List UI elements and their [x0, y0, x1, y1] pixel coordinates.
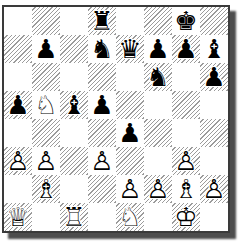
square-d7: ♞: [88, 35, 116, 63]
square-e3: [116, 147, 144, 175]
square-g2: ♝♗: [172, 175, 200, 203]
square-f8: [144, 7, 172, 35]
square-h2: ♟♙: [200, 175, 228, 203]
piece-white-knight-fill: ♞: [32, 91, 60, 119]
piece-black-bishop: ♝: [60, 91, 88, 119]
square-d1: [88, 203, 116, 231]
square-d6: [88, 63, 116, 91]
square-c1: ♜♖: [60, 203, 88, 231]
piece-white-pawn: ♙: [32, 147, 60, 175]
piece-white-pawn-fill: ♟: [88, 147, 116, 175]
piece-white-knight: ♘: [32, 91, 60, 119]
piece-white-pawn: ♙: [144, 175, 172, 203]
piece-white-pawn: ♙: [116, 175, 144, 203]
square-b4: [32, 119, 60, 147]
square-d2: [88, 175, 116, 203]
chess-diagram: ♜♚♟♞♛♟♟♝♞♟♟♞♘♝♟♟♟♙♟♙♟♙♟♙♝♗♟♙♟♙♝♗♟♙♛♕♜♖♞♘…: [0, 0, 239, 244]
piece-white-rook: ♖: [60, 203, 88, 231]
square-e4: ♟: [116, 119, 144, 147]
square-d5: ♟: [88, 91, 116, 119]
square-c8: [60, 7, 88, 35]
square-h4: [200, 119, 228, 147]
square-f2: ♟♙: [144, 175, 172, 203]
square-a2: [4, 175, 32, 203]
piece-black-pawn: ♟: [172, 35, 200, 63]
square-e1: ♞♘: [116, 203, 144, 231]
piece-white-pawn: ♙: [88, 147, 116, 175]
piece-white-queen: ♕: [4, 203, 32, 231]
piece-white-pawn-fill: ♟: [144, 175, 172, 203]
piece-white-queen-fill: ♛: [4, 203, 32, 231]
square-h5: [200, 91, 228, 119]
square-b1: [32, 203, 60, 231]
piece-white-pawn-fill: ♟: [4, 147, 32, 175]
square-h8: [200, 7, 228, 35]
square-a4: [4, 119, 32, 147]
square-g3: ♟♙: [172, 147, 200, 175]
square-f7: ♟: [144, 35, 172, 63]
square-c2: [60, 175, 88, 203]
square-c7: [60, 35, 88, 63]
piece-white-pawn: ♙: [200, 175, 228, 203]
square-h7: ♝: [200, 35, 228, 63]
piece-white-pawn-fill: ♟: [200, 175, 228, 203]
square-c5: ♝: [60, 91, 88, 119]
square-h3: [200, 147, 228, 175]
piece-black-pawn: ♟: [4, 91, 32, 119]
square-e6: [116, 63, 144, 91]
square-a6: [4, 63, 32, 91]
square-c6: [60, 63, 88, 91]
square-g4: [172, 119, 200, 147]
piece-black-rook: ♜: [88, 7, 116, 35]
piece-white-bishop: ♗: [32, 175, 60, 203]
square-g7: ♟: [172, 35, 200, 63]
square-g5: [172, 91, 200, 119]
square-e2: ♟♙: [116, 175, 144, 203]
square-a3: ♟♙: [4, 147, 32, 175]
piece-white-bishop-fill: ♝: [32, 175, 60, 203]
piece-white-bishop: ♗: [172, 175, 200, 203]
piece-black-knight: ♞: [144, 63, 172, 91]
square-b8: [32, 7, 60, 35]
piece-white-bishop-fill: ♝: [172, 175, 200, 203]
square-f1: [144, 203, 172, 231]
square-b3: ♟♙: [32, 147, 60, 175]
square-b7: ♟: [32, 35, 60, 63]
piece-white-king: ♔: [172, 203, 200, 231]
square-a1: ♛♕: [4, 203, 32, 231]
square-b6: [32, 63, 60, 91]
square-c4: [60, 119, 88, 147]
square-f4: [144, 119, 172, 147]
square-e5: [116, 91, 144, 119]
square-h6: ♟: [200, 63, 228, 91]
square-d8: ♜: [88, 7, 116, 35]
piece-white-pawn-fill: ♟: [32, 147, 60, 175]
piece-black-king: ♚: [172, 7, 200, 35]
square-a5: ♟: [4, 91, 32, 119]
piece-black-pawn: ♟: [88, 91, 116, 119]
square-h1: [200, 203, 228, 231]
piece-white-pawn: ♙: [4, 147, 32, 175]
square-e7: ♛: [116, 35, 144, 63]
piece-white-knight: ♘: [116, 203, 144, 231]
piece-black-pawn: ♟: [32, 35, 60, 63]
piece-black-pawn: ♟: [144, 35, 172, 63]
piece-black-knight: ♞: [88, 35, 116, 63]
square-g1: ♚♔: [172, 203, 200, 231]
square-a8: [4, 7, 32, 35]
piece-black-bishop: ♝: [200, 35, 228, 63]
square-b2: ♝♗: [32, 175, 60, 203]
square-g6: [172, 63, 200, 91]
square-a7: [4, 35, 32, 63]
piece-white-pawn-fill: ♟: [116, 175, 144, 203]
square-f3: [144, 147, 172, 175]
square-b5: ♞♘: [32, 91, 60, 119]
piece-white-pawn: ♙: [172, 147, 200, 175]
piece-white-rook-fill: ♜: [60, 203, 88, 231]
piece-white-king-fill: ♚: [172, 203, 200, 231]
square-c3: [60, 147, 88, 175]
piece-black-pawn: ♟: [200, 63, 228, 91]
square-f5: [144, 91, 172, 119]
square-g8: ♚: [172, 7, 200, 35]
chess-board: ♜♚♟♞♛♟♟♝♞♟♟♞♘♝♟♟♟♙♟♙♟♙♟♙♝♗♟♙♟♙♝♗♟♙♛♕♜♖♞♘…: [2, 5, 230, 233]
piece-white-pawn-fill: ♟: [172, 147, 200, 175]
piece-white-knight-fill: ♞: [116, 203, 144, 231]
piece-black-pawn: ♟: [116, 119, 144, 147]
square-d4: [88, 119, 116, 147]
square-e8: [116, 7, 144, 35]
square-f6: ♞: [144, 63, 172, 91]
piece-black-queen: ♛: [116, 35, 144, 63]
square-d3: ♟♙: [88, 147, 116, 175]
